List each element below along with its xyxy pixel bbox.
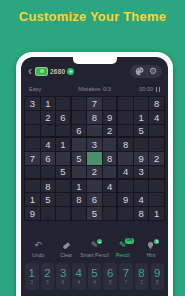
- cell-r9c9[interactable]: 1: [149, 207, 164, 220]
- cell-r8c8[interactable]: 4: [134, 193, 149, 206]
- cell-r5c8[interactable]: 9: [134, 152, 149, 165]
- cell-r1c2[interactable]: 1: [41, 97, 56, 110]
- mistakes-counter: Mistakes: 0/3: [29, 86, 160, 92]
- banknote-icon: [35, 67, 48, 76]
- cell-r3c3[interactable]: [56, 125, 71, 138]
- cell-r2c3[interactable]: 6: [56, 111, 71, 124]
- cell-r9c8[interactable]: 8: [134, 207, 149, 220]
- cell-r4c8[interactable]: [134, 138, 149, 151]
- app-screen: ‹ 2680 + ⚙ Easy Mistakes: [21, 57, 168, 296]
- cell-r8c2[interactable]: 5: [41, 193, 56, 206]
- key-remaining-count: 4: [93, 281, 96, 286]
- cell-r2c8[interactable]: 1: [134, 111, 149, 124]
- cell-r1c9[interactable]: 8: [149, 97, 164, 110]
- cell-r1c1[interactable]: 3: [25, 97, 40, 110]
- key-digit: 3: [60, 268, 66, 280]
- sudoku-grid: 3178268914625413876589252438141586949581: [24, 96, 165, 221]
- cell-r4c4[interactable]: [72, 138, 87, 151]
- cell-r1c7[interactable]: [118, 97, 133, 110]
- cell-r9c7[interactable]: [118, 207, 133, 220]
- cell-r2c7[interactable]: [118, 111, 133, 124]
- cell-r1c4[interactable]: [72, 97, 87, 110]
- cell-r7c5[interactable]: [87, 180, 102, 193]
- cell-r2c6[interactable]: 9: [103, 111, 118, 124]
- key-digit: 5: [91, 268, 97, 280]
- key-remaining-count: 5: [156, 281, 159, 286]
- cell-r7c4[interactable]: 1: [72, 180, 87, 193]
- cell-r6c9[interactable]: [149, 166, 164, 179]
- cell-r3c4[interactable]: 6: [72, 125, 87, 138]
- cell-r5c7[interactable]: [118, 152, 133, 165]
- key-digit: 2: [44, 268, 50, 280]
- cell-r7c1[interactable]: [25, 180, 40, 193]
- coin-counter[interactable]: 2680 +: [35, 67, 74, 76]
- cell-r8c1[interactable]: 1: [25, 193, 40, 206]
- key-remaining-count: 5: [46, 281, 49, 286]
- undo-icon: ↶: [34, 241, 42, 250]
- smart-pencil-button[interactable]: ✎+ Smart Pencil: [80, 241, 108, 261]
- key-digit: 8: [138, 268, 144, 280]
- cell-r3c8[interactable]: 5: [134, 125, 149, 138]
- gear-icon[interactable]: ⚙: [149, 67, 157, 76]
- eraser-icon: [62, 241, 71, 250]
- key-remaining-count: 6: [62, 281, 65, 286]
- key-digit: 9: [154, 268, 160, 280]
- key-remaining-count: 7: [125, 281, 128, 286]
- cell-r1c5[interactable]: 7: [87, 97, 102, 110]
- phone-mockup: ‹ 2680 + ⚙ Easy Mistakes: [16, 52, 173, 296]
- cell-r9c4[interactable]: [72, 207, 87, 220]
- key-remaining-count: 2: [140, 281, 143, 286]
- lightbulb-icon: 1: [146, 241, 155, 250]
- hint-button[interactable]: 1 Hint: [137, 241, 165, 261]
- back-chevron-icon[interactable]: ‹: [28, 66, 32, 76]
- pencil-toggle-badge: ON: [125, 238, 133, 244]
- cell-r7c2[interactable]: 8: [41, 180, 56, 193]
- cell-r5c4[interactable]: 5: [72, 152, 87, 165]
- cell-r5c9[interactable]: 2: [149, 152, 164, 165]
- key-digit: 1: [29, 268, 35, 280]
- pencil-button[interactable]: ✎ON Pencil: [109, 241, 137, 261]
- cell-r6c6[interactable]: [103, 166, 118, 179]
- hint-count-badge: 1: [154, 239, 159, 244]
- cell-r5c2[interactable]: 6: [41, 152, 56, 165]
- undo-button[interactable]: ↶ Undo: [24, 241, 52, 261]
- cell-r7c8[interactable]: [134, 180, 149, 193]
- cell-r7c9[interactable]: [149, 180, 164, 193]
- cell-r4c6[interactable]: [103, 138, 118, 151]
- cell-r2c9[interactable]: 4: [149, 111, 164, 124]
- cell-r3c1[interactable]: [25, 125, 40, 138]
- numpad-key-6[interactable]: 65: [103, 263, 117, 290]
- numpad-key-7[interactable]: 77: [119, 263, 133, 290]
- cell-r4c9[interactable]: [149, 138, 164, 151]
- smart-pencil-badge: +: [97, 239, 102, 244]
- cell-r5c1[interactable]: 7: [25, 152, 40, 165]
- cell-r6c5[interactable]: 2: [87, 166, 102, 179]
- key-remaining-count: 5: [109, 281, 112, 286]
- cell-r9c2[interactable]: [41, 207, 56, 220]
- cell-r3c2[interactable]: [41, 125, 56, 138]
- cell-r8c4[interactable]: 8: [72, 193, 87, 206]
- cell-r4c1[interactable]: [25, 138, 40, 151]
- numpad-key-1[interactable]: 13: [25, 263, 39, 290]
- numpad-key-4[interactable]: 44: [72, 263, 86, 290]
- cell-r8c6[interactable]: [103, 193, 118, 206]
- cell-r6c3[interactable]: 5: [56, 166, 71, 179]
- cell-r4c7[interactable]: 8: [118, 138, 133, 151]
- numpad-key-2[interactable]: 25: [41, 263, 55, 290]
- cell-r4c3[interactable]: 1: [56, 138, 71, 151]
- cell-r3c6[interactable]: 2: [103, 125, 118, 138]
- cell-r2c1[interactable]: [25, 111, 40, 124]
- cell-r6c1[interactable]: [25, 166, 40, 179]
- cell-r9c5[interactable]: 5: [87, 207, 102, 220]
- add-coins-button[interactable]: +: [67, 68, 74, 75]
- cell-r4c5[interactable]: 3: [87, 138, 102, 151]
- cell-r3c9[interactable]: [149, 125, 164, 138]
- cell-r1c6[interactable]: [103, 97, 118, 110]
- cell-r6c8[interactable]: 3: [134, 166, 149, 179]
- numpad-key-8[interactable]: 82: [135, 263, 149, 290]
- palette-icon[interactable]: [135, 62, 144, 80]
- cell-r8c5[interactable]: 6: [87, 193, 102, 206]
- cell-r5c5[interactable]: [87, 152, 102, 165]
- cell-r6c4[interactable]: [72, 166, 87, 179]
- cell-r2c2[interactable]: 2: [41, 111, 56, 124]
- key-digit: 6: [107, 268, 113, 280]
- numpad-key-3[interactable]: 36: [56, 263, 70, 290]
- key-digit: 4: [76, 268, 82, 280]
- header-actions: ⚙: [130, 65, 162, 78]
- cell-r5c3[interactable]: [56, 152, 71, 165]
- cell-r6c7[interactable]: 4: [118, 166, 133, 179]
- numpad-key-5[interactable]: 54: [88, 263, 102, 290]
- key-remaining-count: 4: [78, 281, 81, 286]
- cell-r7c7[interactable]: [118, 180, 133, 193]
- cell-r2c5[interactable]: 8: [87, 111, 102, 124]
- key-remaining-count: 3: [30, 281, 33, 286]
- key-digit: 7: [123, 268, 129, 280]
- cell-r9c6[interactable]: [103, 207, 118, 220]
- cell-r5c6[interactable]: 8: [103, 152, 118, 165]
- cell-r2c4[interactable]: [72, 111, 87, 124]
- coin-amount: 2680: [50, 68, 65, 75]
- cell-r4c2[interactable]: 4: [41, 138, 56, 151]
- clear-button[interactable]: Clear: [52, 241, 80, 261]
- cell-r9c1[interactable]: 9: [25, 207, 40, 220]
- numpad: 132536445465778295: [25, 263, 164, 290]
- cell-r3c5[interactable]: [87, 125, 102, 138]
- cell-r1c3[interactable]: [56, 97, 71, 110]
- phone-notch: [73, 57, 117, 64]
- cell-r8c7[interactable]: 9: [118, 193, 133, 206]
- numpad-key-9[interactable]: 95: [151, 263, 165, 290]
- app-header: ‹ 2680 + ⚙: [28, 64, 162, 78]
- banner-title: Customize Your Theme: [0, 9, 185, 24]
- cell-r8c9[interactable]: [149, 193, 164, 206]
- cell-r9c3[interactable]: [56, 207, 71, 220]
- cell-r8c3[interactable]: [56, 193, 71, 206]
- cell-r3c7[interactable]: [118, 125, 133, 138]
- cell-r1c8[interactable]: [134, 97, 149, 110]
- status-row: Easy Mistakes: 0/3 00:00: [29, 86, 160, 92]
- cell-r7c6[interactable]: 4: [103, 180, 118, 193]
- toolbar: ↶ Undo Clear ✎+ Smart Pencil ✎ON Pencil: [24, 241, 165, 261]
- pencil-icon: ✎ON: [119, 241, 127, 250]
- cell-r7c3[interactable]: [56, 180, 71, 193]
- smart-pencil-icon: ✎+: [91, 241, 99, 250]
- cell-r6c2[interactable]: [41, 166, 56, 179]
